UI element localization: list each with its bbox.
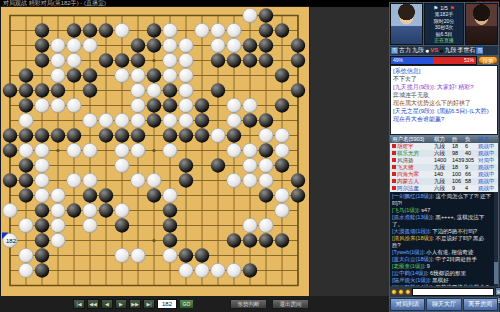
stone-black — [259, 113, 273, 127]
stone-black — [163, 98, 177, 112]
stone-white — [243, 143, 257, 157]
stone-white — [83, 218, 97, 232]
stone-white — [83, 203, 97, 217]
stone-black — [275, 233, 289, 247]
chat-message: [隔岸观火(1级)]: 黑棋好 — [392, 277, 492, 284]
star-point — [152, 239, 155, 242]
nav-forward-button[interactable]: ▶ — [115, 299, 127, 309]
stone-white — [131, 83, 145, 97]
nav-forward-button[interactable]: ▶▶ — [129, 299, 141, 309]
stone-white — [51, 233, 65, 247]
go-button[interactable]: GO — [179, 299, 194, 309]
stone-black — [131, 38, 145, 52]
stone-black — [19, 98, 33, 112]
stone-black — [131, 53, 145, 67]
white-stone-icon: ● — [425, 46, 429, 55]
club-badge-right: 围 — [476, 47, 483, 54]
stone-black — [3, 128, 17, 142]
stone-white — [195, 23, 209, 37]
stone-black — [259, 143, 273, 157]
broadcast-message: [系统信息] — [393, 67, 495, 75]
stone-black — [259, 53, 273, 67]
white-player-rank: 九段 — [412, 46, 424, 55]
stone-white — [275, 143, 289, 157]
star-point — [152, 59, 155, 62]
stone-white — [211, 263, 225, 277]
user-losses: 58 — [465, 178, 478, 185]
stone-white — [259, 173, 273, 187]
tab-chat-lobby[interactable]: 聊天大厅 — [426, 298, 461, 311]
stone-white — [3, 203, 17, 217]
stone-black — [131, 128, 145, 142]
stone-black — [163, 218, 177, 232]
stone-white — [83, 113, 97, 127]
stone-white — [179, 53, 193, 67]
user-wins: 98 — [452, 150, 465, 157]
chat-message: [老顽童(1级)]: 9 — [392, 263, 492, 270]
user-name: 四海为家 — [390, 171, 434, 178]
user-rank: 九段 — [434, 164, 452, 171]
stone-white — [163, 143, 177, 157]
stone-white — [35, 158, 49, 172]
user-row[interactable]: 风清扬14001439305对局中 — [390, 157, 498, 164]
nav-back-button[interactable]: ◀ — [101, 299, 113, 309]
player-bar: ⚑ 1/5 ⚑ 第182手 限时20分 30秒3次 贴6.5目 正在直播 — [390, 3, 498, 45]
user-wins: 18 — [452, 143, 465, 150]
chat-message: [清风徐来(18级)]: 不是说好了吗? 黑必胜? — [392, 235, 492, 249]
user-wins: 106 — [452, 178, 465, 185]
stone-black — [259, 38, 273, 52]
stone-black — [179, 173, 193, 187]
user-losses: 40 — [465, 150, 478, 157]
user-status: 观战中 — [478, 164, 498, 171]
stone-white — [115, 203, 129, 217]
stone-black — [19, 68, 33, 82]
user-row[interactable]: 内蒙古人九段10658观战中 — [390, 178, 498, 185]
stone-white — [227, 263, 241, 277]
stone-white — [67, 53, 81, 67]
stone-white — [51, 203, 65, 217]
stone-black — [115, 218, 129, 232]
stone-white — [259, 128, 273, 142]
move-number-box[interactable]: 182 — [157, 299, 177, 309]
stone-white — [35, 143, 49, 157]
user-list: 用户名(5903) 棋力 胜 负 状态 胡耀宇九段186观战中棋乐无穷六段984… — [390, 135, 498, 192]
stone-black — [99, 128, 113, 142]
stone-black — [3, 143, 17, 157]
stone-black — [147, 98, 161, 112]
stone-black — [3, 173, 17, 187]
user-status: 对局中 — [478, 157, 498, 164]
stone-black — [67, 23, 81, 37]
stone-white — [131, 143, 145, 157]
user-name: 胡耀宇 — [390, 143, 434, 150]
stone-white — [51, 38, 65, 52]
stone-black — [35, 38, 49, 52]
chat-log: [一剑飘红(18级)]: 这个局怎么下了?! 还下吗?![飞鸟(1级)]: s4… — [390, 192, 498, 286]
user-status: 观战中 — [478, 178, 498, 185]
stone-black — [163, 233, 177, 247]
vote-row: 49% 51% 投票 — [390, 56, 498, 64]
stone-white — [227, 113, 241, 127]
stone-black — [291, 53, 305, 67]
stone-white — [243, 98, 257, 112]
user-wins: 18 — [452, 164, 465, 171]
emoticon-icon[interactable] — [398, 289, 404, 295]
stone-white — [211, 23, 225, 37]
stone-white — [115, 23, 129, 37]
stone-black — [83, 83, 97, 97]
white-player-name: 古力 — [399, 46, 411, 55]
stone-black — [227, 128, 241, 142]
white-player-avatar — [390, 3, 423, 45]
stone-black — [227, 53, 241, 67]
stone-white — [131, 113, 145, 127]
stone-black — [243, 38, 257, 52]
user-rank: 六段 — [434, 185, 452, 192]
stone-black — [147, 68, 161, 82]
stone-white — [83, 173, 97, 187]
vote-button[interactable]: 投票 — [478, 56, 498, 64]
stone-black — [275, 23, 289, 37]
stone-white — [163, 248, 177, 262]
stone-white — [35, 98, 49, 112]
leave-room-button[interactable]: 退出房间 — [272, 299, 309, 309]
stone-black — [147, 113, 161, 127]
user-status: 观战中 — [478, 143, 498, 150]
stone-white — [19, 218, 33, 232]
stone-black — [147, 38, 161, 52]
stone-white — [163, 53, 177, 67]
user-name: 内蒙古人 — [390, 178, 434, 185]
stone-black — [259, 188, 273, 202]
stone-white — [179, 83, 193, 97]
black-player-rank: 九段 — [444, 46, 456, 55]
stone-white — [51, 68, 65, 82]
nav-forward-button[interactable]: ▶| — [143, 299, 155, 309]
user-losses: 9 — [465, 164, 478, 171]
move-navigation-toolbar: |◀◀◀◀▶▶▶▶|182GO — [73, 299, 194, 309]
stone-black — [291, 173, 305, 187]
stone-white — [163, 38, 177, 52]
stone-white — [51, 53, 65, 67]
stone-white — [51, 218, 65, 232]
chat-message: [蓝天白云(18级)]: 中子2目两处胜手 — [392, 256, 492, 263]
vote-bar-white-share: 49% — [391, 57, 433, 64]
user-losses: 66 — [465, 171, 478, 178]
stone-black — [211, 83, 225, 97]
stone-white — [147, 173, 161, 187]
stone-white — [115, 158, 129, 172]
stone-black — [99, 23, 113, 37]
black-stone-icon: ● — [439, 46, 443, 55]
user-status: 观战中 — [478, 150, 498, 157]
chat-message: [温水煮蛙(13级)]: 黑++++, 这棋没法下了。 — [392, 214, 492, 228]
stone-white — [115, 248, 129, 262]
stone-black — [195, 248, 209, 262]
chat-message: [一剑飘红(18级)]: 这个局怎么下了?! 还下吗?! — [392, 193, 492, 207]
stone-black — [163, 203, 177, 217]
chat-input-row: 发送 — [390, 286, 498, 297]
stone-white — [19, 113, 33, 127]
stone-black — [147, 188, 161, 202]
user-wins: 1439 — [452, 157, 465, 164]
stone-black — [19, 158, 33, 172]
col-rank[interactable]: 棋力 — [434, 135, 452, 143]
user-losses: 305 — [465, 157, 478, 164]
col-status[interactable]: 状态 — [478, 135, 498, 143]
user-losses: 4 — [465, 185, 478, 192]
user-row[interactable]: 棋乐无穷六段9840观战中 — [390, 150, 498, 157]
stone-white — [131, 173, 145, 187]
user-rank: 140 — [434, 171, 452, 178]
stone-white — [67, 173, 81, 187]
stone-black — [99, 53, 113, 67]
stone-black — [275, 158, 289, 172]
stone-black — [35, 128, 49, 142]
stone-black — [259, 8, 273, 22]
user-list-header: 用户名(5903) 棋力 胜 负 状态 — [390, 135, 498, 143]
go-broadcast-window: { "game": "go", "move_number": 182, "pos… — [0, 0, 500, 312]
user-name: 棋乐无穷 — [390, 150, 434, 157]
chat-message: [云中鹤(14级)]: 6我都说的那里 — [392, 270, 492, 277]
stone-white — [211, 128, 225, 142]
chat-message: [大漠孤烟(1段)]: 下边的5路不行吗? — [392, 228, 492, 235]
user-badge-icon — [392, 165, 396, 169]
stone-white — [51, 98, 65, 112]
go-board-area: 182 — [1, 7, 309, 296]
stone-black — [195, 98, 209, 112]
stone-black — [195, 113, 209, 127]
stone-white — [163, 68, 177, 82]
broadcast-message: [九天揽月(9段)]: 大家好! 精彩? — [393, 83, 495, 91]
stone-black — [35, 203, 49, 217]
stone-white — [243, 158, 257, 172]
stone-black — [275, 68, 289, 82]
stone-white — [51, 188, 65, 202]
board-action-buttons: 形势判断 退出房间 — [230, 299, 309, 309]
stone-white — [227, 143, 241, 157]
vote-bar-black-share: 51% — [433, 57, 476, 64]
chat-message: [Tyweb(1级)]: 小人有道, 相信奇迹 — [392, 249, 492, 256]
user-badge-icon — [392, 144, 396, 148]
vote-bar: 49% 51% — [390, 56, 477, 65]
user-rank: 九段 — [434, 178, 452, 185]
stone-white — [179, 113, 193, 127]
stone-white — [19, 248, 33, 262]
broadcast-message: 现在黑大优势这么下的好棋了 — [393, 99, 495, 107]
stone-black — [259, 23, 273, 37]
stone-black — [195, 128, 209, 142]
stone-black — [243, 233, 257, 247]
user-row[interactable]: 四海为家14010066观战中 — [390, 171, 498, 178]
stone-white — [115, 68, 129, 82]
star-point — [56, 149, 59, 152]
user-row[interactable]: 胡耀宇九段186观战中 — [390, 143, 498, 150]
stone-white — [243, 8, 257, 22]
stone-black — [211, 158, 225, 172]
live-status: 正在直播 — [425, 37, 463, 44]
broadcast-message: 弈城连手无敌 — [393, 91, 495, 99]
stone-white — [211, 38, 225, 52]
broadcast-message: [天元之星(9段)]: (黑贴6.5目)·(L大胜) 现在再大会谁能赢? — [393, 107, 495, 123]
stone-white — [275, 128, 289, 142]
stone-black — [99, 203, 113, 217]
stone-white — [243, 173, 257, 187]
stone-white — [83, 143, 97, 157]
stone-black — [243, 113, 257, 127]
stone-black — [291, 38, 305, 52]
broadcast-message-box: [系统信息]不下去了[九天揽月(9段)]: 大家好! 精彩?弈城连手无敌现在黑大… — [390, 65, 498, 135]
stone-white — [227, 173, 241, 187]
user-name: 飞天猪 — [390, 164, 434, 171]
stone-white — [243, 218, 257, 232]
stone-white — [67, 38, 81, 52]
col-username[interactable]: 用户名(5903) — [390, 135, 434, 143]
stone-black — [163, 128, 177, 142]
emoticon-icon[interactable] — [391, 289, 397, 295]
panel-bottom-tabs: 对局列表 聊天大厅 离开房间 — [390, 297, 498, 311]
emoticon-icon[interactable] — [405, 289, 411, 295]
score-estimate-button[interactable]: 形势判断 — [230, 299, 267, 309]
stone-white — [179, 98, 193, 112]
stone-black — [115, 53, 129, 67]
nav-back-button[interactable]: |◀ — [73, 299, 85, 309]
stone-black — [3, 83, 17, 97]
tab-leave-room[interactable]: 离开房间 — [463, 298, 498, 311]
user-status: 观战中 — [478, 185, 498, 192]
stone-white — [275, 203, 289, 217]
stone-white — [179, 263, 193, 277]
chat-scrollbar-thumb[interactable] — [494, 262, 498, 284]
stone-black — [83, 188, 97, 202]
send-button[interactable]: 发送 — [495, 287, 500, 296]
star-point — [152, 149, 155, 152]
stone-black — [35, 233, 49, 247]
stone-white — [19, 143, 33, 157]
stone-black — [211, 53, 225, 67]
stone-black — [275, 98, 289, 112]
stone-black — [163, 83, 177, 97]
stone-black — [147, 23, 161, 37]
window-title: 对局观战 精彩对局(第182手) - (直播室) — [3, 0, 106, 6]
user-rank: 六段 — [434, 150, 452, 157]
user-row[interactable]: 飞天猪九段189观战中 — [390, 164, 498, 171]
user-badge-icon — [392, 179, 396, 183]
stone-black — [51, 128, 65, 142]
stone-white — [163, 113, 177, 127]
user-status: 观战中 — [478, 171, 498, 178]
user-badge-icon — [392, 186, 396, 190]
vs-label: VS — [430, 46, 438, 55]
col-losses[interactable]: 负 — [465, 135, 478, 143]
stone-black — [35, 23, 49, 37]
stone-white — [195, 263, 209, 277]
stone-black — [259, 233, 273, 247]
stone-white — [67, 98, 81, 112]
stone-white — [99, 113, 113, 127]
stone-white — [67, 143, 81, 157]
stone-white — [131, 68, 145, 82]
stone-white — [163, 188, 177, 202]
stone-white — [227, 23, 241, 37]
stone-black — [19, 173, 33, 187]
user-badge-icon — [392, 158, 396, 162]
broadcast-message: 不下去了 — [393, 75, 495, 83]
player-name-row: 围 古力 九段 ● VS ● 九段 李世石 围 — [390, 46, 498, 55]
stone-white — [179, 38, 193, 52]
tab-game-list[interactable]: 对局列表 — [390, 298, 425, 311]
stone-black — [67, 203, 81, 217]
stone-black — [51, 83, 65, 97]
stone-black — [35, 248, 49, 262]
stone-white — [259, 158, 273, 172]
last-move-number: 182 — [6, 238, 17, 244]
chat-message: [飞鸟(1级)]: s47 — [392, 207, 492, 214]
stone-white — [83, 38, 97, 52]
chat-scrollbar[interactable] — [494, 192, 498, 286]
stone-black — [243, 53, 257, 67]
col-wins[interactable]: 胜 — [452, 135, 465, 143]
user-badge-icon — [392, 151, 396, 155]
board-bottom-strip — [0, 296, 389, 312]
stone-black — [67, 68, 81, 82]
stone-white — [227, 98, 241, 112]
stone-white — [179, 68, 193, 82]
stone-white — [19, 263, 33, 277]
stone-black — [35, 53, 49, 67]
user-wins: 100 — [452, 171, 465, 178]
stone-white — [115, 113, 129, 127]
stone-white — [259, 218, 273, 232]
stone-black — [179, 128, 193, 142]
stone-black — [19, 83, 33, 97]
stone-black — [35, 263, 49, 277]
user-name: 风清扬 — [390, 157, 434, 164]
stone-black — [67, 128, 81, 142]
go-board[interactable]: 182 — [2, 8, 306, 297]
stone-black — [115, 128, 129, 142]
stone-white — [115, 143, 129, 157]
stone-black — [227, 233, 241, 247]
stone-white — [131, 248, 145, 262]
stone-white — [35, 173, 49, 187]
chat-input[interactable] — [412, 288, 494, 296]
user-rank: 1400 — [434, 157, 452, 164]
user-row[interactable]: 阿尔法星六段94观战中 — [390, 185, 498, 192]
stone-black — [179, 158, 193, 172]
stone-black — [243, 263, 257, 277]
nav-back-button[interactable]: ◀◀ — [87, 299, 99, 309]
user-wins: 9 — [452, 185, 465, 192]
stone-white — [163, 23, 177, 37]
stone-white — [275, 188, 289, 202]
stone-black — [19, 188, 33, 202]
side-panel: ⚑ 1/5 ⚑ 第182手 限时20分 30秒3次 贴6.5目 正在直播 围 古… — [389, 2, 499, 312]
user-rank: 九段 — [434, 143, 452, 150]
match-info-box: ⚑ 1/5 ⚑ 第182手 限时20分 30秒3次 贴6.5目 正在直播 — [424, 3, 464, 45]
stone-white — [35, 188, 49, 202]
stone-black — [179, 248, 193, 262]
club-badge-left: 围 — [391, 47, 398, 54]
stone-black — [83, 23, 97, 37]
black-player-avatar — [465, 3, 498, 45]
stone-black — [83, 68, 97, 82]
stone-black — [99, 188, 113, 202]
stone-black — [291, 83, 305, 97]
stone-white — [131, 98, 145, 112]
chat-message: [闲云野鹤(14级)]: 形势这两块分出机会争取好? — [392, 284, 492, 286]
